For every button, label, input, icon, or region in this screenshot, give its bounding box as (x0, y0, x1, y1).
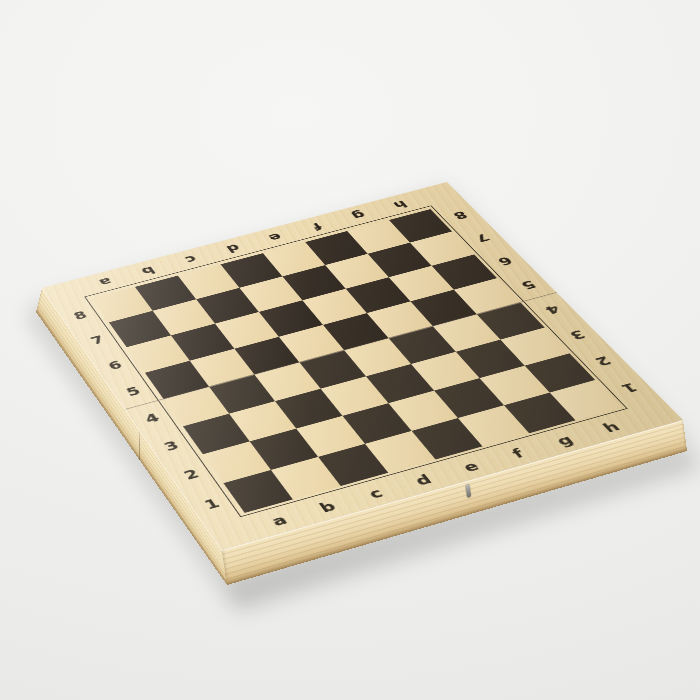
file-label-d-near: d (413, 473, 435, 488)
file-label-f-near: f (509, 447, 526, 460)
rank-label-3-right: 3 (567, 328, 588, 341)
file-label-g-far: g (349, 210, 368, 221)
file-label-a-far: a (97, 276, 114, 288)
file-label-e-near: e (460, 460, 481, 474)
rank-label-8-left: 8 (71, 309, 89, 321)
fold-seam-left-side (139, 429, 140, 460)
rank-label-7-left: 7 (88, 334, 106, 346)
file-label-a-near: a (269, 513, 290, 528)
product-photo-scene: aabbccddeeffgghh8877665544332211 (0, 0, 700, 700)
rank-label-4-right: 4 (542, 303, 563, 315)
file-label-d-far: d (224, 243, 242, 254)
file-label-c-far: c (183, 254, 199, 265)
file-label-c-near: c (366, 487, 386, 501)
file-label-h-far: h (391, 199, 410, 210)
file-label-b-far: b (139, 265, 157, 277)
rank-label-7-right: 7 (473, 232, 492, 244)
file-label-b-near: b (317, 500, 339, 515)
rank-label-8-right: 8 (451, 210, 470, 221)
rank-label-3-left: 3 (162, 439, 182, 453)
rank-label-1-left: 1 (202, 497, 222, 512)
rank-label-6-left: 6 (106, 359, 124, 372)
rank-label-5-left: 5 (124, 385, 143, 398)
rank-label-5-right: 5 (518, 279, 538, 291)
file-label-h-near: h (600, 420, 623, 434)
rank-label-2-right: 2 (592, 354, 613, 367)
file-label-g-near: g (554, 433, 576, 447)
rank-label-4-left: 4 (143, 412, 162, 426)
rank-label-6-right: 6 (495, 255, 515, 267)
rank-label-2-left: 2 (181, 467, 201, 481)
file-label-e-far: e (266, 232, 284, 243)
rank-label-1-right: 1 (618, 381, 640, 395)
file-label-f-far: f (310, 221, 324, 231)
latch-pin-icon (465, 484, 471, 498)
